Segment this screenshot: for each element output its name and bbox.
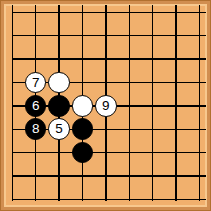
stone-black-b5-move-6: 6 [25,95,47,117]
stone-white-d5 [72,95,94,117]
stone-move-number: 8 [32,122,40,136]
stone-white-c6 [48,72,70,94]
stones-grid: 76985 [1,1,211,211]
stone-white-e5-move-9: 9 [95,95,117,117]
stone-black-b4-move-8: 8 [25,118,47,140]
stone-black-d3 [72,142,94,164]
stone-white-c4-move-5: 5 [48,118,70,140]
stone-move-number: 7 [32,76,40,90]
stone-move-number: 5 [55,122,63,136]
stone-black-d4 [72,118,94,140]
stone-move-number: 6 [32,99,40,113]
stone-move-number: 9 [102,99,110,113]
go-board: 76985 [0,0,211,211]
stone-black-c5 [48,95,70,117]
stone-white-b6-move-7: 7 [25,72,47,94]
